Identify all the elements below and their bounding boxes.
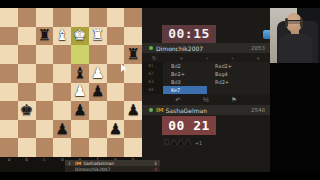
square-e1[interactable]	[71, 138, 89, 157]
square-g3[interactable]	[107, 101, 125, 120]
captured-pieces: ♜♟♟♟	[163, 138, 192, 148]
square-g1[interactable]	[107, 138, 125, 157]
black-pawn[interactable]: ♟	[109, 122, 122, 137]
square-b4[interactable]	[18, 83, 36, 102]
square-a2[interactable]	[0, 120, 18, 139]
square-e8[interactable]	[71, 8, 89, 27]
black-pawn[interactable]: ♟	[73, 103, 86, 118]
square-h1[interactable]	[124, 138, 142, 157]
square-a1[interactable]	[0, 138, 18, 157]
online-dot	[149, 46, 153, 50]
square-f7[interactable]: ♜	[89, 27, 107, 46]
white-king[interactable]: ♚	[73, 28, 86, 43]
square-b5[interactable]	[18, 64, 36, 83]
square-h5[interactable]	[124, 64, 142, 83]
replay-icon[interactable]: ↻	[152, 55, 157, 62]
square-g7[interactable]	[107, 27, 125, 46]
scoreboard-name-1: SashaGelman	[83, 161, 114, 166]
square-d8[interactable]	[53, 8, 71, 27]
stream-scoreboard: 1 IM SashaGelman 1 Dimonchik2007 0	[65, 160, 160, 172]
square-f1[interactable]	[89, 138, 107, 157]
move-nav-bar: ↻«‹›»	[142, 55, 270, 62]
square-f2[interactable]	[89, 120, 107, 139]
square-a7[interactable]	[0, 27, 18, 46]
black-king[interactable]: ♚	[20, 103, 33, 118]
black-bishop[interactable]: ♝	[73, 66, 86, 81]
move-42-white[interactable]: Be2+	[163, 70, 207, 78]
white-bishop[interactable]: ♝	[55, 28, 68, 43]
square-f3[interactable]	[89, 101, 107, 120]
move-number: 41	[142, 62, 163, 70]
file-label-b: b	[18, 157, 36, 162]
webcam-dark-area	[270, 63, 320, 172]
square-f8[interactable]	[89, 8, 107, 27]
draw-offer-icon[interactable]: ½	[203, 96, 209, 104]
white-rook[interactable]: ♜	[91, 28, 104, 43]
square-h4[interactable]	[124, 83, 142, 102]
square-c7[interactable]: ♜	[36, 27, 54, 46]
square-f6[interactable]	[89, 45, 107, 64]
move-list: 41Bd2Rxd2+42Be2+Bxg443Bd3Rd2+44Ke7	[142, 62, 270, 94]
move-row-41: 41Bd2Rxd2+	[142, 62, 270, 70]
move-42-black[interactable]: Bxg4	[207, 70, 251, 78]
square-g8[interactable]	[107, 8, 125, 27]
online-dot	[149, 108, 153, 112]
square-e6[interactable]	[71, 45, 89, 64]
square-c1[interactable]	[36, 138, 54, 157]
square-b6[interactable]	[18, 45, 36, 64]
scoreboard-score-1: 1	[154, 161, 157, 166]
square-d1[interactable]	[53, 138, 71, 157]
black-pawn[interactable]: ♟	[91, 84, 104, 99]
move-43-white[interactable]: Bd3	[163, 78, 207, 86]
square-g4[interactable]	[107, 83, 125, 102]
player-row-top: Dimonchik2007 2853	[142, 43, 270, 53]
black-rook[interactable]: ♜	[38, 28, 51, 43]
webcam-person-torso	[279, 34, 312, 63]
video-frame: 00:15 Dimonchik2007 2853 ↻«‹›» 41Bd2Rxd2…	[0, 0, 320, 180]
file-label-c: c	[36, 157, 54, 162]
scoreboard-title-badge: IM	[75, 161, 81, 166]
next-move-icon[interactable]: ›	[231, 55, 233, 62]
move-number: 44	[142, 86, 163, 94]
player-rating-top: 2853	[251, 45, 265, 51]
game-panel: 00:15 Dimonchik2007 2853 ↻«‹›» 41Bd2Rxd2…	[142, 8, 270, 172]
square-e7[interactable]: ♚	[71, 27, 89, 46]
takeback-icon[interactable]: ↶	[175, 96, 180, 104]
move-44-black	[207, 86, 251, 94]
square-b2[interactable]	[18, 120, 36, 139]
letterbox-bottom	[0, 172, 320, 180]
square-c8[interactable]	[36, 8, 54, 27]
square-e2[interactable]	[71, 120, 89, 139]
board-number: 1	[68, 161, 75, 166]
clock-top: 00:15	[162, 25, 216, 43]
square-h6[interactable]: ♜	[124, 45, 142, 64]
move-41-white[interactable]: Bd2	[163, 62, 207, 70]
square-c2[interactable]	[36, 120, 54, 139]
letterbox-top	[0, 0, 320, 8]
square-h7[interactable]	[124, 27, 142, 46]
clock-bottom: 00 21	[162, 116, 216, 135]
square-a5[interactable]	[0, 64, 18, 83]
square-d2[interactable]: ♟	[53, 120, 71, 139]
move-43-black[interactable]: Rd2+	[207, 78, 251, 86]
prev-move-icon[interactable]: ‹	[206, 55, 208, 62]
square-c3[interactable]	[36, 101, 54, 120]
captured-pieces-row: ♜♟♟♟ +1	[163, 138, 202, 148]
square-g2[interactable]: ♟	[107, 120, 125, 139]
move-number: 42	[142, 70, 163, 78]
square-d5[interactable]	[53, 64, 71, 83]
square-f5[interactable]: ♟	[89, 64, 107, 83]
square-a4[interactable]	[0, 83, 18, 102]
streamer-webcam	[270, 8, 320, 63]
last-move-icon[interactable]: »	[257, 55, 260, 62]
square-b1[interactable]	[18, 138, 36, 157]
player-rating-bottom: 2548	[251, 107, 265, 113]
square-h2[interactable]	[124, 120, 142, 139]
square-g6[interactable]	[107, 45, 125, 64]
material-advantage: +1	[195, 140, 202, 146]
square-e3[interactable]: ♟	[71, 101, 89, 120]
square-h3[interactable]: ♟	[124, 101, 142, 120]
move-row-43: 43Bd3Rd2+	[142, 78, 270, 86]
white-pawn[interactable]: ♟	[91, 66, 104, 81]
webcam-person-glasses	[288, 20, 300, 24]
player-name-top[interactable]: Dimonchik2007	[156, 45, 203, 52]
game-actions-bar: ↶ ½ ⚑	[142, 95, 270, 105]
move-44-white[interactable]: Ke7	[163, 86, 207, 94]
square-a8[interactable]	[0, 8, 18, 27]
square-a3[interactable]	[0, 101, 18, 120]
square-c6[interactable]	[36, 45, 54, 64]
move-row-42: 42Be2+Bxg4	[142, 70, 270, 78]
square-f4[interactable]: ♟	[89, 83, 107, 102]
square-h8[interactable]	[124, 8, 142, 27]
square-d3[interactable]	[53, 101, 71, 120]
square-b8[interactable]	[18, 8, 36, 27]
webcam-person-hair	[300, 18, 303, 27]
player-title-badge: IM	[156, 107, 164, 113]
square-d4[interactable]	[53, 83, 71, 102]
player-name-bottom[interactable]: SashaGelman	[166, 107, 207, 114]
square-e4[interactable]: ♟	[71, 83, 89, 102]
scoreboard-score-2: 0	[154, 167, 157, 172]
square-b7[interactable]	[18, 27, 36, 46]
black-rook[interactable]: ♜	[126, 47, 139, 62]
black-pawn[interactable]: ♟	[126, 103, 139, 118]
square-c5[interactable]	[36, 64, 54, 83]
chess-board: ♜♝♚♜♜♝♟♟♟♚♟♟♟♟	[0, 8, 142, 157]
move-row-44: 44Ke7	[142, 86, 270, 94]
square-b3[interactable]: ♚	[18, 101, 36, 120]
file-label-a: a	[0, 157, 18, 162]
move-41-black[interactable]: Rxd2+	[207, 62, 251, 70]
square-d7[interactable]: ♝	[53, 27, 71, 46]
scoreboard-name-2: Dimonchik2007	[75, 167, 110, 172]
resign-flag-icon[interactable]: ⚑	[231, 96, 237, 104]
square-c4[interactable]	[36, 83, 54, 102]
white-pawn[interactable]: ♟	[73, 84, 86, 99]
move-number: 43	[142, 78, 163, 86]
square-d6[interactable]	[53, 45, 71, 64]
square-e5[interactable]: ♝	[71, 64, 89, 83]
scoreboard-row-2: Dimonchik2007 0	[65, 166, 160, 172]
black-pawn[interactable]: ♟	[55, 122, 68, 137]
square-a6[interactable]	[0, 45, 18, 64]
first-move-icon[interactable]: «	[180, 55, 183, 62]
player-row-bottom: IM SashaGelman 2548	[142, 105, 270, 115]
